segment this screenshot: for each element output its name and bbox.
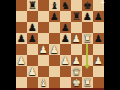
- square-b3[interactable]: [27, 55, 38, 66]
- square-c7[interactable]: [38, 11, 49, 22]
- black-pawn-g7[interactable]: ♟: [82, 11, 93, 22]
- white-pawn-b2[interactable]: ♟: [27, 66, 38, 77]
- square-f4[interactable]: [71, 44, 82, 55]
- white-pawn-c4[interactable]: ♟: [38, 44, 49, 55]
- black-pawn-h5[interactable]: ♟: [93, 33, 104, 44]
- square-f6[interactable]: [71, 22, 82, 33]
- square-c6[interactable]: [38, 22, 49, 33]
- square-b1[interactable]: [27, 77, 38, 88]
- square-c3[interactable]: [38, 55, 49, 66]
- square-e4[interactable]: [60, 44, 71, 55]
- square-d5[interactable]: [49, 33, 60, 44]
- white-queen-f2[interactable]: ♛: [71, 66, 82, 77]
- square-b4[interactable]: [27, 44, 38, 55]
- square-d6[interactable]: [49, 22, 60, 33]
- white-pawn-f5[interactable]: ♟: [71, 33, 82, 44]
- board-bottom-frame: [16, 88, 104, 90]
- white-pawn-d4[interactable]: ♟: [49, 44, 60, 55]
- black-bishop-d8[interactable]: ♝: [49, 0, 60, 11]
- square-a6[interactable]: [16, 22, 27, 33]
- black-pawn-h7[interactable]: ♟: [93, 11, 104, 22]
- square-e2[interactable]: [60, 66, 71, 77]
- square-a2[interactable]: [16, 66, 27, 77]
- square-h2[interactable]: [93, 66, 104, 77]
- black-knight-e8[interactable]: ♞: [60, 0, 71, 11]
- black-rook-f7[interactable]: ♜: [71, 11, 82, 22]
- square-e1[interactable]: [60, 77, 71, 88]
- square-d3[interactable]: [49, 55, 60, 66]
- square-e7[interactable]: [60, 11, 71, 22]
- chess-board: ♜♝♞♚♟♜♟♟♟♟♟♟♟♟♜♟♟♟♟♟♟♟♟♛♝♚♜ +: [16, 0, 104, 90]
- white-bishop-c1[interactable]: ♝: [38, 77, 49, 88]
- square-b7[interactable]: [27, 11, 38, 22]
- white-pawn-h3[interactable]: ♟: [93, 55, 104, 66]
- white-king-f1[interactable]: ♚: [71, 77, 82, 88]
- square-d1[interactable]: [49, 77, 60, 88]
- gfile-arrow-annotation: [86, 44, 88, 66]
- black-pawn-b5[interactable]: ♟: [27, 33, 38, 44]
- square-c2[interactable]: [38, 66, 49, 77]
- black-rook-b8[interactable]: ♜: [27, 0, 38, 11]
- white-pawn-a3[interactable]: ♟: [16, 55, 27, 66]
- square-h6[interactable]: [93, 22, 104, 33]
- white-pawn-e3[interactable]: ♟: [60, 55, 71, 66]
- square-a4[interactable]: [16, 44, 27, 55]
- black-pawn-a5[interactable]: ♟: [16, 33, 27, 44]
- white-rook-g1[interactable]: ♜: [82, 77, 93, 88]
- square-d2[interactable]: [49, 66, 60, 77]
- black-pawn-e6[interactable]: ♟: [60, 22, 71, 33]
- square-c5[interactable]: [38, 33, 49, 44]
- white-rook-g5[interactable]: ♜: [82, 33, 93, 44]
- white-pawn-f3[interactable]: ♟: [71, 55, 82, 66]
- black-pawn-e5[interactable]: ♟: [60, 33, 71, 44]
- black-king-g8[interactable]: ♚: [82, 0, 93, 11]
- arrow-head-icon: [84, 65, 90, 69]
- square-f8[interactable]: [71, 0, 82, 11]
- square-g6[interactable]: [82, 22, 93, 33]
- square-h1[interactable]: [93, 77, 104, 88]
- square-c8[interactable]: [38, 0, 49, 11]
- square-a1[interactable]: [16, 77, 27, 88]
- square-a8[interactable]: [16, 0, 27, 11]
- plus-watermark-icon: +: [100, 0, 105, 5]
- square-a7[interactable]: [16, 11, 27, 22]
- black-pawn-d7[interactable]: ♟: [49, 11, 60, 22]
- chess-thumbnail: ♜♝♞♚♟♜♟♟♟♟♟♟♟♟♜♟♟♟♟♟♟♟♟♛♝♚♜ +: [0, 0, 120, 90]
- square-h4[interactable]: [93, 44, 104, 55]
- black-pawn-b6[interactable]: ♟: [27, 22, 38, 33]
